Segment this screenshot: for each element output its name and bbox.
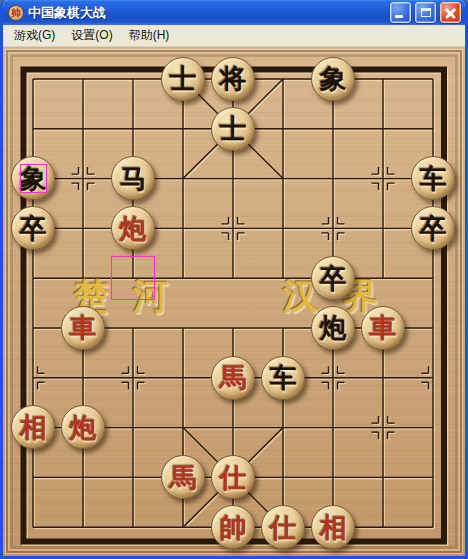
piece-character: 将	[220, 65, 247, 92]
piece-character: 炮	[70, 414, 97, 441]
piece-character: 炮	[120, 215, 147, 242]
piece-character: 相	[20, 414, 47, 441]
piece-character: 卒	[420, 215, 447, 242]
piece-character: 炮	[320, 314, 347, 341]
piece-red-cannon[interactable]: 炮	[111, 206, 155, 250]
piece-black-soldier[interactable]: 卒	[311, 256, 355, 300]
piece-black-general[interactable]: 将	[211, 57, 255, 101]
piece-red-elephant[interactable]: 相	[311, 505, 355, 549]
menu-item-settings[interactable]: 设置(O)	[63, 24, 120, 47]
menu-bar: 游戏(G) 设置(O) 帮助(H)	[3, 25, 465, 47]
piece-black-advisor[interactable]: 士	[161, 57, 205, 101]
menu-item-game[interactable]: 游戏(G)	[6, 24, 63, 47]
piece-black-advisor[interactable]: 士	[211, 107, 255, 151]
maximize-button[interactable]	[415, 2, 436, 23]
app-icon: 帅	[8, 5, 24, 21]
piece-red-advisor[interactable]: 仕	[261, 505, 305, 549]
piece-red-advisor[interactable]: 仕	[211, 455, 255, 499]
piece-character: 士	[170, 65, 197, 92]
piece-character: 車	[70, 314, 97, 341]
piece-character: 仕	[220, 464, 247, 491]
piece-black-elephant[interactable]: 象	[11, 156, 55, 200]
piece-black-soldier[interactable]: 卒	[411, 206, 455, 250]
piece-black-horse[interactable]: 马	[111, 156, 155, 200]
piece-character: 卒	[320, 265, 347, 292]
menu-item-help[interactable]: 帮助(H)	[121, 24, 178, 47]
piece-character: 车	[420, 165, 447, 192]
piece-black-cannon[interactable]: 炮	[311, 306, 355, 350]
piece-red-general[interactable]: 帥	[211, 505, 255, 549]
piece-red-horse[interactable]: 馬	[211, 356, 255, 400]
piece-red-cannon[interactable]: 炮	[61, 405, 105, 449]
piece-red-chariot[interactable]: 車	[61, 306, 105, 350]
piece-character: 車	[370, 314, 397, 341]
piece-red-chariot[interactable]: 車	[361, 306, 405, 350]
piece-character: 士	[220, 115, 247, 142]
piece-character: 马	[120, 165, 147, 192]
app-window: 帅 中国象棋大战 游戏(G) 设置(O) 帮助(H) 楚河 汉界 士将象士象马车…	[0, 0, 468, 559]
piece-character: 馬	[220, 364, 247, 391]
piece-black-chariot[interactable]: 车	[411, 156, 455, 200]
piece-character: 卒	[20, 215, 47, 242]
title-bar[interactable]: 帅 中国象棋大战	[3, 0, 465, 25]
minimize-button[interactable]	[390, 2, 411, 23]
piece-character: 相	[320, 514, 347, 541]
maximize-icon	[421, 8, 431, 17]
window-title: 中国象棋大战	[28, 4, 386, 22]
board-grid: 士将象士象马车卒炮卒卒車炮車馬车相炮馬仕帥仕相	[8, 54, 458, 552]
xiangqi-board[interactable]: 楚河 汉界 士将象士象马车卒炮卒卒車炮車馬车相炮馬仕帥仕相	[3, 47, 465, 556]
minimize-icon	[395, 15, 403, 18]
piece-character: 象	[20, 165, 47, 192]
close-button[interactable]	[440, 2, 461, 23]
piece-character: 象	[320, 65, 347, 92]
piece-black-soldier[interactable]: 卒	[11, 206, 55, 250]
piece-red-horse[interactable]: 馬	[161, 455, 205, 499]
piece-character: 馬	[170, 464, 197, 491]
piece-black-elephant[interactable]: 象	[311, 57, 355, 101]
piece-character: 仕	[270, 514, 297, 541]
piece-black-chariot[interactable]: 车	[261, 356, 305, 400]
piece-character: 帥	[220, 514, 247, 541]
piece-red-elephant[interactable]: 相	[11, 405, 55, 449]
piece-character: 车	[270, 364, 297, 391]
